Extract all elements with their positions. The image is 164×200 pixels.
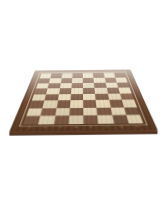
square-b3 [42, 101, 57, 108]
photo-softness: abcdefgh [0, 0, 164, 200]
square-g1 [111, 115, 128, 124]
square-d6 [71, 83, 83, 88]
chess-board: abcdefgh [9, 70, 157, 132]
square-d1 [68, 116, 83, 125]
square-g2 [110, 107, 126, 115]
square-e6 [82, 83, 94, 88]
square-b1 [38, 116, 55, 125]
square-e4 [83, 94, 96, 101]
square-h1 [125, 115, 143, 124]
square-h4 [119, 94, 134, 101]
square-c1 [53, 116, 69, 125]
file-label-f: f [98, 125, 114, 130]
board-squares [23, 73, 143, 125]
square-g7 [104, 78, 116, 83]
square-d2 [69, 108, 83, 116]
camera-tilt: abcdefgh [0, 0, 164, 200]
square-e1 [83, 115, 98, 124]
board-front-edge [9, 131, 157, 136]
square-f5 [94, 88, 107, 94]
file-label-d: d [67, 125, 83, 130]
square-c8 [61, 74, 72, 79]
perspective-container: abcdefgh [24, 36, 141, 153]
square-f1 [97, 115, 113, 124]
photo-background: abcdefgh [0, 0, 164, 200]
square-b4 [44, 94, 58, 101]
